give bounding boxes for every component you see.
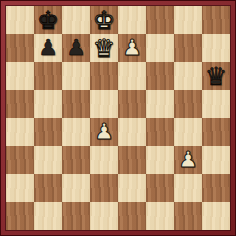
piece-white-queen[interactable]: ♛ xyxy=(90,34,118,62)
piece-white-pawn[interactable]: ♟ xyxy=(90,118,118,146)
piece-white-pawn[interactable]: ♟ xyxy=(174,146,202,174)
square-h4[interactable] xyxy=(202,118,230,146)
square-g4[interactable] xyxy=(174,118,202,146)
square-g5[interactable] xyxy=(174,90,202,118)
square-b8[interactable]: ♚ xyxy=(34,6,62,34)
square-b2[interactable] xyxy=(34,174,62,202)
square-a7[interactable] xyxy=(6,34,34,62)
piece-white-pawn[interactable]: ♟ xyxy=(118,34,146,62)
square-b7[interactable]: ♟ xyxy=(34,34,62,62)
square-f8[interactable] xyxy=(146,6,174,34)
square-b4[interactable] xyxy=(34,118,62,146)
square-d5[interactable] xyxy=(90,90,118,118)
square-b1[interactable] xyxy=(34,202,62,230)
piece-black-pawn[interactable]: ♟ xyxy=(62,34,90,62)
square-a5[interactable] xyxy=(6,90,34,118)
square-f1[interactable] xyxy=(146,202,174,230)
square-h6[interactable]: ♛ xyxy=(202,62,230,90)
square-f3[interactable] xyxy=(146,146,174,174)
square-h5[interactable] xyxy=(202,90,230,118)
square-d2[interactable] xyxy=(90,174,118,202)
square-g8[interactable] xyxy=(174,6,202,34)
square-a2[interactable] xyxy=(6,174,34,202)
square-h3[interactable] xyxy=(202,146,230,174)
square-e2[interactable] xyxy=(118,174,146,202)
square-a1[interactable] xyxy=(6,202,34,230)
square-a3[interactable] xyxy=(6,146,34,174)
square-e8[interactable] xyxy=(118,6,146,34)
square-a4[interactable] xyxy=(6,118,34,146)
square-a6[interactable] xyxy=(6,62,34,90)
square-c8[interactable] xyxy=(62,6,90,34)
square-d1[interactable] xyxy=(90,202,118,230)
square-f4[interactable] xyxy=(146,118,174,146)
square-c6[interactable] xyxy=(62,62,90,90)
square-d7[interactable]: ♛ xyxy=(90,34,118,62)
square-g3[interactable]: ♟ xyxy=(174,146,202,174)
square-d8[interactable]: ♚ xyxy=(90,6,118,34)
square-h7[interactable] xyxy=(202,34,230,62)
piece-black-queen[interactable]: ♛ xyxy=(202,62,230,90)
square-e1[interactable] xyxy=(118,202,146,230)
square-e6[interactable] xyxy=(118,62,146,90)
piece-black-pawn[interactable]: ♟ xyxy=(34,34,62,62)
square-f7[interactable] xyxy=(146,34,174,62)
square-h2[interactable] xyxy=(202,174,230,202)
square-c1[interactable] xyxy=(62,202,90,230)
square-c4[interactable] xyxy=(62,118,90,146)
square-g2[interactable] xyxy=(174,174,202,202)
square-c3[interactable] xyxy=(62,146,90,174)
chess-board: ♚♚♟♟♛♟♛♟♟ xyxy=(6,6,230,230)
chess-board-frame: ♚♚♟♟♛♟♛♟♟ xyxy=(0,0,236,236)
square-f5[interactable] xyxy=(146,90,174,118)
square-h8[interactable] xyxy=(202,6,230,34)
square-e4[interactable] xyxy=(118,118,146,146)
square-c5[interactable] xyxy=(62,90,90,118)
square-c2[interactable] xyxy=(62,174,90,202)
square-e7[interactable]: ♟ xyxy=(118,34,146,62)
square-c7[interactable]: ♟ xyxy=(62,34,90,62)
square-d4[interactable]: ♟ xyxy=(90,118,118,146)
square-g1[interactable] xyxy=(174,202,202,230)
square-b3[interactable] xyxy=(34,146,62,174)
piece-black-king[interactable]: ♚ xyxy=(34,6,62,34)
square-a8[interactable] xyxy=(6,6,34,34)
square-b5[interactable] xyxy=(34,90,62,118)
piece-white-king[interactable]: ♚ xyxy=(90,6,118,34)
square-d6[interactable] xyxy=(90,62,118,90)
square-g7[interactable] xyxy=(174,34,202,62)
square-b6[interactable] xyxy=(34,62,62,90)
square-g6[interactable] xyxy=(174,62,202,90)
square-f2[interactable] xyxy=(146,174,174,202)
square-h1[interactable] xyxy=(202,202,230,230)
square-e3[interactable] xyxy=(118,146,146,174)
square-f6[interactable] xyxy=(146,62,174,90)
square-e5[interactable] xyxy=(118,90,146,118)
square-d3[interactable] xyxy=(90,146,118,174)
